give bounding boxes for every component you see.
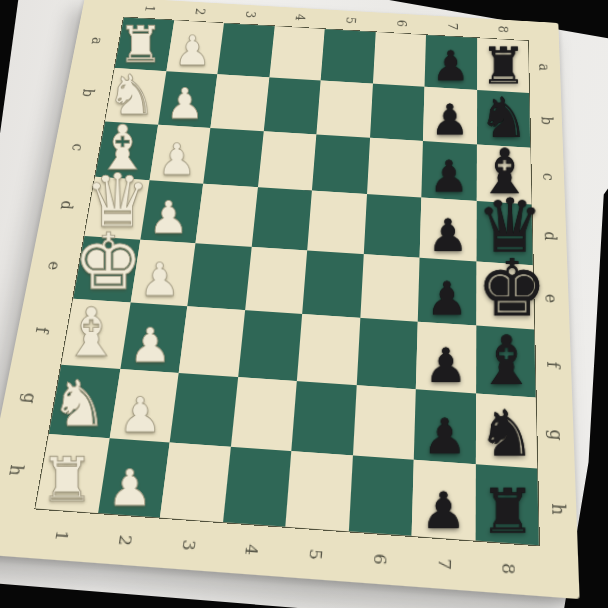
square-f5 xyxy=(297,314,360,385)
square-c6 xyxy=(367,137,423,197)
square-e1: ♚ xyxy=(73,236,140,302)
square-e2: ♟ xyxy=(130,240,195,306)
square-d8: ♛ xyxy=(476,201,533,265)
square-f3 xyxy=(179,306,245,376)
square-g4 xyxy=(230,376,297,451)
rank-label-2: 2 xyxy=(114,534,135,547)
square-d6 xyxy=(363,194,421,258)
file-label-a: a xyxy=(88,36,106,44)
square-g7: ♟ xyxy=(414,389,476,465)
file-label-e: e xyxy=(542,293,561,303)
piece-white-knight-b1: ♞ xyxy=(105,69,158,121)
piece-black-pawn-e7: ♟ xyxy=(418,277,476,321)
square-e6 xyxy=(360,254,420,321)
square-b8: ♞ xyxy=(477,90,531,148)
piece-black-rook-a8: ♜ xyxy=(477,41,529,89)
square-e8: ♚ xyxy=(476,262,534,330)
piece-white-bishop-f1: ♝ xyxy=(61,301,120,364)
piece-white-pawn-b2: ♟ xyxy=(158,84,211,124)
square-b7: ♟ xyxy=(423,87,477,144)
square-a4 xyxy=(269,26,325,80)
square-c7: ♟ xyxy=(421,141,476,202)
file-label-f: f xyxy=(32,326,52,333)
square-d5 xyxy=(307,191,366,254)
square-f2: ♟ xyxy=(120,302,187,372)
file-label-g: g xyxy=(19,392,41,404)
square-e4 xyxy=(245,247,308,314)
piece-white-rook-a1: ♜ xyxy=(115,20,167,68)
square-a2: ♟ xyxy=(166,20,224,74)
rank-label-4: 4 xyxy=(241,543,262,556)
rank-label-3: 3 xyxy=(177,539,198,552)
square-h7: ♟ xyxy=(412,460,476,540)
rank-label-6: 6 xyxy=(369,553,389,566)
rank-label-7: 7 xyxy=(433,558,453,571)
square-f7: ♟ xyxy=(416,321,476,392)
square-h8: ♜ xyxy=(475,464,539,545)
square-f4 xyxy=(238,310,302,381)
piece-black-pawn-d7: ♟ xyxy=(420,215,476,258)
square-h6 xyxy=(348,456,413,536)
square-d7: ♟ xyxy=(420,198,477,262)
file-label-b: b xyxy=(78,88,97,97)
chess-board-mat: 12345678 12345678 abcdefgh abcdefgh ♞♞ U… xyxy=(0,0,580,599)
square-f6 xyxy=(356,318,418,389)
piece-black-pawn-f7: ♟ xyxy=(416,343,476,388)
square-g8: ♞ xyxy=(475,393,537,469)
piece-black-pawn-c7: ♟ xyxy=(421,156,476,198)
file-label-b: b xyxy=(537,116,555,125)
square-c2: ♟ xyxy=(149,124,210,184)
rank-label-1: 1 xyxy=(141,5,158,13)
square-c5 xyxy=(312,134,370,194)
square-b2: ♟ xyxy=(158,71,218,128)
square-d3 xyxy=(195,184,257,247)
rank-label-6: 6 xyxy=(393,19,409,27)
file-label-f: f xyxy=(544,361,564,368)
square-a7: ♟ xyxy=(425,35,477,90)
rank-label-3: 3 xyxy=(242,11,258,19)
square-g1: ♞ xyxy=(49,364,120,438)
rank-label-1: 1 xyxy=(51,529,72,541)
square-h2: ♟ xyxy=(98,438,170,517)
piece-white-pawn-a2: ♟ xyxy=(166,32,218,71)
piece-black-bishop-f8: ♝ xyxy=(476,329,536,393)
rank-label-7: 7 xyxy=(444,22,460,30)
rank-label-8: 8 xyxy=(498,562,518,575)
square-b1: ♞ xyxy=(105,68,166,124)
piece-white-pawn-e2: ♟ xyxy=(130,259,187,303)
rank-label-2: 2 xyxy=(191,8,208,16)
piece-black-pawn-g7: ♟ xyxy=(414,413,475,460)
square-g6 xyxy=(352,385,415,460)
piece-white-bishop-c1: ♝ xyxy=(95,119,149,177)
square-c8: ♝ xyxy=(476,144,531,205)
square-h4 xyxy=(223,447,292,527)
square-a8: ♜ xyxy=(477,38,529,93)
square-f8: ♝ xyxy=(476,325,536,397)
rank-label-5: 5 xyxy=(343,16,359,24)
square-e5 xyxy=(302,251,363,318)
piece-black-knight-b8: ♞ xyxy=(477,91,531,144)
square-a5 xyxy=(321,29,376,83)
square-g5 xyxy=(291,381,356,456)
rank-label-5: 5 xyxy=(305,548,326,561)
piece-black-rook-h8: ♜ xyxy=(475,482,538,541)
file-label-e: e xyxy=(44,260,64,270)
piece-white-pawn-f2: ♟ xyxy=(120,323,179,368)
piece-black-pawn-a7: ♟ xyxy=(425,47,477,87)
square-c1: ♝ xyxy=(95,121,158,180)
file-label-c: c xyxy=(539,172,557,181)
square-a3 xyxy=(217,23,274,77)
square-b3 xyxy=(210,74,268,131)
table-cloth: 12345678 12345678 abcdefgh abcdefgh ♞♞ U… xyxy=(0,0,608,608)
square-b5 xyxy=(316,80,372,137)
square-e7: ♟ xyxy=(418,258,476,325)
piece-white-rook-h1: ♜ xyxy=(36,450,99,508)
square-a6 xyxy=(373,32,426,86)
square-g2: ♟ xyxy=(109,368,179,442)
piece-black-knight-g8: ♞ xyxy=(475,403,537,464)
square-g3 xyxy=(170,372,238,447)
piece-white-knight-g1: ♞ xyxy=(49,374,110,434)
file-label-c: c xyxy=(68,143,87,151)
square-h3 xyxy=(160,443,230,522)
rank-label-4: 4 xyxy=(292,14,308,22)
square-c4 xyxy=(257,131,316,191)
square-h5 xyxy=(285,451,352,531)
piece-black-pawn-h7: ♟ xyxy=(412,488,475,536)
square-d4 xyxy=(251,187,312,250)
square-a1: ♜ xyxy=(115,17,174,71)
file-label-d: d xyxy=(56,200,76,210)
file-label-d: d xyxy=(540,230,559,240)
square-b6 xyxy=(370,83,425,140)
rank-label-8: 8 xyxy=(495,25,511,33)
square-d1: ♛ xyxy=(84,177,149,240)
piece-white-pawn-g2: ♟ xyxy=(109,392,170,438)
file-label-g: g xyxy=(545,428,566,440)
square-c3 xyxy=(203,128,263,188)
square-f1: ♝ xyxy=(61,298,130,368)
square-h1: ♜ xyxy=(35,434,109,513)
square-b4 xyxy=(263,77,320,134)
square-e3 xyxy=(187,243,251,310)
piece-black-pawn-b7: ♟ xyxy=(423,100,476,141)
file-label-h: h xyxy=(4,463,26,476)
piece-white-pawn-c2: ♟ xyxy=(149,139,203,180)
file-label-a: a xyxy=(536,63,553,71)
file-label-h: h xyxy=(547,502,568,515)
piece-white-pawn-d2: ♟ xyxy=(140,197,196,239)
chess-board-photo: 12345678 12345678 abcdefgh abcdefgh ♞♞ U… xyxy=(0,0,608,608)
board-grid: ♜♟♟♜♞♟♟♞♝♟♟♝♛♟♟♛♚♟♟♚♝♟♟♝♞♟♟♞♜♟♟♜ xyxy=(34,17,540,547)
piece-black-bishop-c8: ♝ xyxy=(476,142,531,201)
piece-white-pawn-h2: ♟ xyxy=(98,465,161,513)
square-d2: ♟ xyxy=(140,180,203,243)
